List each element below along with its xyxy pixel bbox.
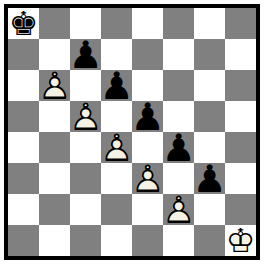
square-c6[interactable] xyxy=(70,70,101,101)
square-d8[interactable] xyxy=(101,8,132,39)
white-king[interactable]: ♚♔ xyxy=(225,225,256,256)
square-f2[interactable]: ♟♙ xyxy=(163,194,194,225)
square-b4[interactable] xyxy=(39,132,70,163)
square-b1[interactable] xyxy=(39,225,70,256)
white-pawn[interactable]: ♟♙ xyxy=(70,101,101,132)
square-f6[interactable] xyxy=(163,70,194,101)
black-king[interactable]: ♚ xyxy=(8,8,39,39)
square-g3[interactable]: ♟ xyxy=(194,163,225,194)
square-f4[interactable]: ♟ xyxy=(163,132,194,163)
square-c1[interactable] xyxy=(70,225,101,256)
square-e1[interactable] xyxy=(132,225,163,256)
square-f5[interactable] xyxy=(163,101,194,132)
white-king-outline-glyph: ♔ xyxy=(225,225,256,256)
white-pawn[interactable]: ♟♙ xyxy=(39,70,70,101)
square-g7[interactable] xyxy=(194,39,225,70)
black-pawn[interactable]: ♟ xyxy=(132,101,163,132)
square-a2[interactable] xyxy=(8,194,39,225)
black-pawn[interactable]: ♟ xyxy=(101,70,132,101)
square-f7[interactable] xyxy=(163,39,194,70)
square-h3[interactable] xyxy=(225,163,256,194)
square-e3[interactable]: ♟♙ xyxy=(132,163,163,194)
square-h2[interactable] xyxy=(225,194,256,225)
square-c4[interactable] xyxy=(70,132,101,163)
white-pawn-outline-glyph: ♙ xyxy=(101,132,132,163)
square-g6[interactable] xyxy=(194,70,225,101)
square-f8[interactable] xyxy=(163,8,194,39)
square-a1[interactable] xyxy=(8,225,39,256)
black-pawn[interactable]: ♟ xyxy=(163,132,194,163)
black-pawn-glyph: ♟ xyxy=(132,101,163,132)
square-b6[interactable]: ♟♙ xyxy=(39,70,70,101)
square-f1[interactable] xyxy=(163,225,194,256)
chess-board: ♚♟♟♙♟♟♙♟♟♙♟♟♙♟♟♙♚♔ xyxy=(4,4,260,260)
square-d3[interactable] xyxy=(101,163,132,194)
white-pawn-outline-glyph: ♙ xyxy=(163,194,194,225)
white-pawn-outline-glyph: ♙ xyxy=(39,70,70,101)
square-a5[interactable] xyxy=(8,101,39,132)
black-king-glyph: ♚ xyxy=(8,8,39,39)
square-d7[interactable] xyxy=(101,39,132,70)
square-b8[interactable] xyxy=(39,8,70,39)
square-h1[interactable]: ♚♔ xyxy=(225,225,256,256)
square-e5[interactable]: ♟ xyxy=(132,101,163,132)
white-pawn[interactable]: ♟♙ xyxy=(163,194,194,225)
square-b2[interactable] xyxy=(39,194,70,225)
square-a6[interactable] xyxy=(8,70,39,101)
black-pawn[interactable]: ♟ xyxy=(194,163,225,194)
square-a4[interactable] xyxy=(8,132,39,163)
white-pawn-outline-glyph: ♙ xyxy=(70,101,101,132)
square-h5[interactable] xyxy=(225,101,256,132)
square-c2[interactable] xyxy=(70,194,101,225)
square-b7[interactable] xyxy=(39,39,70,70)
black-pawn-glyph: ♟ xyxy=(194,163,225,194)
square-g8[interactable] xyxy=(194,8,225,39)
square-d4[interactable]: ♟♙ xyxy=(101,132,132,163)
square-a7[interactable] xyxy=(8,39,39,70)
square-e7[interactable] xyxy=(132,39,163,70)
square-d6[interactable]: ♟ xyxy=(101,70,132,101)
square-g5[interactable] xyxy=(194,101,225,132)
square-h6[interactable] xyxy=(225,70,256,101)
square-b3[interactable] xyxy=(39,163,70,194)
white-pawn[interactable]: ♟♙ xyxy=(132,163,163,194)
square-a3[interactable] xyxy=(8,163,39,194)
square-b5[interactable] xyxy=(39,101,70,132)
square-e2[interactable] xyxy=(132,194,163,225)
square-h4[interactable] xyxy=(225,132,256,163)
chess-diagram-page: ♚♟♟♙♟♟♙♟♟♙♟♟♙♟♟♙♚♔ xyxy=(0,0,264,264)
square-c3[interactable] xyxy=(70,163,101,194)
square-f3[interactable] xyxy=(163,163,194,194)
square-c7[interactable]: ♟ xyxy=(70,39,101,70)
square-c8[interactable] xyxy=(70,8,101,39)
black-pawn-glyph: ♟ xyxy=(70,39,101,70)
square-e4[interactable] xyxy=(132,132,163,163)
square-h7[interactable] xyxy=(225,39,256,70)
square-d5[interactable] xyxy=(101,101,132,132)
white-pawn-outline-glyph: ♙ xyxy=(132,163,163,194)
black-pawn-glyph: ♟ xyxy=(163,132,194,163)
square-d2[interactable] xyxy=(101,194,132,225)
square-g4[interactable] xyxy=(194,132,225,163)
black-pawn[interactable]: ♟ xyxy=(70,39,101,70)
square-c5[interactable]: ♟♙ xyxy=(70,101,101,132)
square-e8[interactable] xyxy=(132,8,163,39)
square-g2[interactable] xyxy=(194,194,225,225)
square-a8[interactable]: ♚ xyxy=(8,8,39,39)
square-h8[interactable] xyxy=(225,8,256,39)
square-e6[interactable] xyxy=(132,70,163,101)
square-g1[interactable] xyxy=(194,225,225,256)
square-d1[interactable] xyxy=(101,225,132,256)
black-pawn-glyph: ♟ xyxy=(101,70,132,101)
white-pawn[interactable]: ♟♙ xyxy=(101,132,132,163)
